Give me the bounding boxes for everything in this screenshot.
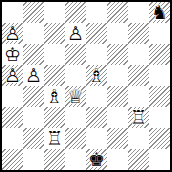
- square-a8[interactable]: [2, 2, 23, 23]
- square-d7[interactable]: ♟♙: [65, 23, 86, 44]
- square-d2[interactable]: [65, 128, 86, 149]
- square-d3[interactable]: [65, 107, 86, 128]
- square-e3[interactable]: [86, 107, 107, 128]
- square-f1[interactable]: [107, 149, 128, 170]
- white-queen-glyph: ♕: [67, 86, 84, 107]
- square-g8[interactable]: [128, 2, 149, 23]
- square-b1[interactable]: [23, 149, 44, 170]
- square-b8[interactable]: [23, 2, 44, 23]
- square-f4[interactable]: [107, 86, 128, 107]
- square-f2[interactable]: [107, 128, 128, 149]
- white-bishop-piece[interactable]: ♝♗: [44, 86, 65, 107]
- square-b6[interactable]: [23, 44, 44, 65]
- white-rook-glyph: ♖: [130, 107, 147, 128]
- square-a4[interactable]: [2, 86, 23, 107]
- square-g3[interactable]: ♜♖: [128, 107, 149, 128]
- square-e8[interactable]: [86, 2, 107, 23]
- black-knight-glyph: ♞: [151, 2, 168, 23]
- white-rook-piece[interactable]: ♜♖: [44, 128, 65, 149]
- square-f3[interactable]: [107, 107, 128, 128]
- square-e6[interactable]: [86, 44, 107, 65]
- square-b4[interactable]: [23, 86, 44, 107]
- chessboard: ♞♞♟♙♟♙♚♔♟♙♟♙♝♗♝♗♛♕♜♖♜♖♚♚: [0, 0, 172, 172]
- square-e2[interactable]: [86, 128, 107, 149]
- square-g5[interactable]: [128, 65, 149, 86]
- square-h4[interactable]: [149, 86, 170, 107]
- square-d6[interactable]: [65, 44, 86, 65]
- square-h2[interactable]: [149, 128, 170, 149]
- square-a5[interactable]: ♟♙: [2, 65, 23, 86]
- square-c3[interactable]: [44, 107, 65, 128]
- square-a6[interactable]: ♚♔: [2, 44, 23, 65]
- white-bishop-glyph: ♗: [88, 65, 105, 86]
- square-d8[interactable]: [65, 2, 86, 23]
- white-pawn-piece[interactable]: ♟♙: [65, 23, 86, 44]
- square-h1[interactable]: [149, 149, 170, 170]
- square-h8[interactable]: ♞♞: [149, 2, 170, 23]
- square-c7[interactable]: [44, 23, 65, 44]
- square-f7[interactable]: [107, 23, 128, 44]
- square-c1[interactable]: [44, 149, 65, 170]
- white-bishop-glyph: ♗: [46, 86, 63, 107]
- white-pawn-glyph: ♙: [25, 65, 42, 86]
- black-knight-piece[interactable]: ♞♞: [149, 2, 170, 23]
- square-g7[interactable]: [128, 23, 149, 44]
- square-e4[interactable]: [86, 86, 107, 107]
- square-b5[interactable]: ♟♙: [23, 65, 44, 86]
- white-rook-glyph: ♖: [46, 128, 63, 149]
- square-e7[interactable]: [86, 23, 107, 44]
- square-g6[interactable]: [128, 44, 149, 65]
- square-d5[interactable]: [65, 65, 86, 86]
- square-g1[interactable]: [128, 149, 149, 170]
- square-b3[interactable]: [23, 107, 44, 128]
- square-h6[interactable]: [149, 44, 170, 65]
- white-pawn-glyph: ♙: [4, 65, 21, 86]
- square-e1[interactable]: ♚♚: [86, 149, 107, 170]
- square-e5[interactable]: ♝♗: [86, 65, 107, 86]
- white-pawn-glyph: ♙: [67, 23, 84, 44]
- square-g4[interactable]: [128, 86, 149, 107]
- square-f5[interactable]: [107, 65, 128, 86]
- square-d4[interactable]: ♛♕: [65, 86, 86, 107]
- square-b7[interactable]: [23, 23, 44, 44]
- square-h5[interactable]: [149, 65, 170, 86]
- square-a3[interactable]: [2, 107, 23, 128]
- white-rook-piece[interactable]: ♜♖: [128, 107, 149, 128]
- square-c8[interactable]: [44, 2, 65, 23]
- white-pawn-glyph: ♙: [4, 23, 21, 44]
- white-pawn-piece[interactable]: ♟♙: [23, 65, 44, 86]
- white-bishop-piece[interactable]: ♝♗: [86, 65, 107, 86]
- square-g2[interactable]: [128, 128, 149, 149]
- black-king-glyph: ♚: [88, 149, 105, 170]
- square-c6[interactable]: [44, 44, 65, 65]
- square-a7[interactable]: ♟♙: [2, 23, 23, 44]
- white-pawn-piece[interactable]: ♟♙: [2, 65, 23, 86]
- white-pawn-piece[interactable]: ♟♙: [2, 23, 23, 44]
- square-a1[interactable]: [2, 149, 23, 170]
- white-king-glyph: ♔: [4, 44, 21, 65]
- square-f8[interactable]: [107, 2, 128, 23]
- square-d1[interactable]: [65, 149, 86, 170]
- white-king-piece[interactable]: ♚♔: [2, 44, 23, 65]
- square-c5[interactable]: [44, 65, 65, 86]
- square-c4[interactable]: ♝♗: [44, 86, 65, 107]
- black-king-piece[interactable]: ♚♚: [86, 149, 107, 170]
- square-f6[interactable]: [107, 44, 128, 65]
- square-b2[interactable]: [23, 128, 44, 149]
- white-queen-piece[interactable]: ♛♕: [65, 86, 86, 107]
- square-h7[interactable]: [149, 23, 170, 44]
- square-h3[interactable]: [149, 107, 170, 128]
- square-a2[interactable]: [2, 128, 23, 149]
- square-c2[interactable]: ♜♖: [44, 128, 65, 149]
